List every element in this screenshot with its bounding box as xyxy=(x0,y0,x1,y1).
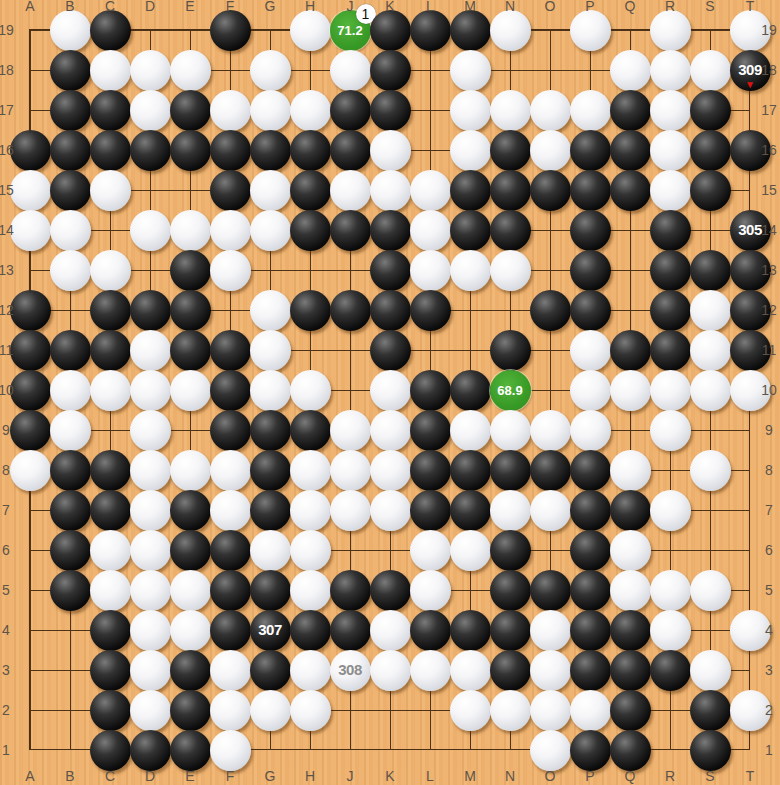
intersection-B16[interactable] xyxy=(50,130,90,170)
intersection-F1[interactable] xyxy=(210,730,250,770)
intersection-J4[interactable] xyxy=(330,610,370,650)
intersection-D10[interactable] xyxy=(130,370,170,410)
ai-suggestion-marker[interactable]: 71.21 xyxy=(330,10,371,51)
intersection-G3[interactable] xyxy=(250,650,290,690)
intersection-E5[interactable] xyxy=(170,570,210,610)
intersection-C12[interactable] xyxy=(90,290,130,330)
intersection-P5[interactable] xyxy=(570,570,610,610)
intersection-B13[interactable] xyxy=(50,250,90,290)
intersection-E12[interactable] xyxy=(170,290,210,330)
intersection-T14[interactable]: 305 xyxy=(730,210,770,250)
intersection-P13[interactable] xyxy=(570,250,610,290)
intersection-P2[interactable] xyxy=(570,690,610,730)
intersection-N9[interactable] xyxy=(490,410,530,450)
intersection-T8[interactable] xyxy=(730,450,770,490)
intersection-D4[interactable] xyxy=(130,610,170,650)
intersection-M2[interactable] xyxy=(450,690,490,730)
intersection-T5[interactable] xyxy=(730,570,770,610)
intersection-F10[interactable] xyxy=(210,370,250,410)
intersection-G9[interactable] xyxy=(250,410,290,450)
intersection-M6[interactable] xyxy=(450,530,490,570)
intersection-E16[interactable] xyxy=(170,130,210,170)
intersection-Q18[interactable] xyxy=(610,50,650,90)
intersection-L3[interactable] xyxy=(410,650,450,690)
intersection-Q2[interactable] xyxy=(610,690,650,730)
intersection-F18[interactable] xyxy=(210,50,250,90)
intersection-H6[interactable] xyxy=(290,530,330,570)
intersection-H4[interactable] xyxy=(290,610,330,650)
intersection-Q12[interactable] xyxy=(610,290,650,330)
intersection-K2[interactable] xyxy=(370,690,410,730)
intersection-S1[interactable] xyxy=(690,730,730,770)
intersection-Q1[interactable] xyxy=(610,730,650,770)
intersection-B11[interactable] xyxy=(50,330,90,370)
intersection-R12[interactable] xyxy=(650,290,690,330)
intersection-H1[interactable] xyxy=(290,730,330,770)
intersection-F2[interactable] xyxy=(210,690,250,730)
intersection-L5[interactable] xyxy=(410,570,450,610)
intersection-T15[interactable] xyxy=(730,170,770,210)
intersection-N3[interactable] xyxy=(490,650,530,690)
intersection-M14[interactable] xyxy=(450,210,490,250)
intersection-J8[interactable] xyxy=(330,450,370,490)
intersection-G17[interactable] xyxy=(250,90,290,130)
intersection-O19[interactable] xyxy=(530,10,570,50)
intersection-S19[interactable] xyxy=(690,10,730,50)
intersection-R19[interactable] xyxy=(650,10,690,50)
intersection-F14[interactable] xyxy=(210,210,250,250)
intersection-R5[interactable] xyxy=(650,570,690,610)
intersection-R7[interactable] xyxy=(650,490,690,530)
intersection-T12[interactable] xyxy=(730,290,770,330)
intersection-E6[interactable] xyxy=(170,530,210,570)
intersection-M10[interactable] xyxy=(450,370,490,410)
intersection-F19[interactable] xyxy=(210,10,250,50)
intersection-M3[interactable] xyxy=(450,650,490,690)
intersection-T4[interactable] xyxy=(730,610,770,650)
intersection-M1[interactable] xyxy=(450,730,490,770)
intersection-C4[interactable] xyxy=(90,610,130,650)
intersection-M15[interactable] xyxy=(450,170,490,210)
intersection-M12[interactable] xyxy=(450,290,490,330)
intersection-D6[interactable] xyxy=(130,530,170,570)
intersection-L18[interactable] xyxy=(410,50,450,90)
intersection-Q9[interactable] xyxy=(610,410,650,450)
intersection-C7[interactable] xyxy=(90,490,130,530)
intersection-Q13[interactable] xyxy=(610,250,650,290)
intersection-J17[interactable] xyxy=(330,90,370,130)
intersection-E19[interactable] xyxy=(170,10,210,50)
intersection-B8[interactable] xyxy=(50,450,90,490)
intersection-O14[interactable] xyxy=(530,210,570,250)
intersection-T17[interactable] xyxy=(730,90,770,130)
intersection-T18[interactable]: 309▼ xyxy=(730,50,770,90)
intersection-B9[interactable] xyxy=(50,410,90,450)
intersection-R8[interactable] xyxy=(650,450,690,490)
intersection-G12[interactable] xyxy=(250,290,290,330)
intersection-S8[interactable] xyxy=(690,450,730,490)
intersection-T1[interactable] xyxy=(730,730,770,770)
intersection-D5[interactable] xyxy=(130,570,170,610)
intersection-S9[interactable] xyxy=(690,410,730,450)
intersection-E10[interactable] xyxy=(170,370,210,410)
intersection-M17[interactable] xyxy=(450,90,490,130)
intersection-B7[interactable] xyxy=(50,490,90,530)
intersection-B10[interactable] xyxy=(50,370,90,410)
intersection-H11[interactable] xyxy=(290,330,330,370)
intersection-D15[interactable] xyxy=(130,170,170,210)
intersection-E4[interactable] xyxy=(170,610,210,650)
intersection-E15[interactable] xyxy=(170,170,210,210)
intersection-B17[interactable] xyxy=(50,90,90,130)
intersection-A2[interactable] xyxy=(10,690,50,730)
intersection-T3[interactable] xyxy=(730,650,770,690)
intersection-F17[interactable] xyxy=(210,90,250,130)
intersection-Q3[interactable] xyxy=(610,650,650,690)
intersection-F4[interactable] xyxy=(210,610,250,650)
intersection-P9[interactable] xyxy=(570,410,610,450)
intersection-S18[interactable] xyxy=(690,50,730,90)
intersection-K19[interactable] xyxy=(370,10,410,50)
intersection-T7[interactable] xyxy=(730,490,770,530)
intersection-S15[interactable] xyxy=(690,170,730,210)
intersection-H9[interactable] xyxy=(290,410,330,450)
intersection-C18[interactable] xyxy=(90,50,130,90)
intersection-O5[interactable] xyxy=(530,570,570,610)
intersection-D8[interactable] xyxy=(130,450,170,490)
intersection-N11[interactable] xyxy=(490,330,530,370)
intersection-L13[interactable] xyxy=(410,250,450,290)
intersection-B3[interactable] xyxy=(50,650,90,690)
intersection-M9[interactable] xyxy=(450,410,490,450)
intersection-O10[interactable] xyxy=(530,370,570,410)
intersection-P19[interactable] xyxy=(570,10,610,50)
intersection-Q6[interactable] xyxy=(610,530,650,570)
intersection-L12[interactable] xyxy=(410,290,450,330)
intersection-L8[interactable] xyxy=(410,450,450,490)
intersection-F6[interactable] xyxy=(210,530,250,570)
intersection-N4[interactable] xyxy=(490,610,530,650)
intersection-F3[interactable] xyxy=(210,650,250,690)
intersection-N10[interactable]: 68.9 xyxy=(490,370,530,410)
intersection-O2[interactable] xyxy=(530,690,570,730)
intersection-O11[interactable] xyxy=(530,330,570,370)
intersection-F5[interactable] xyxy=(210,570,250,610)
intersection-L11[interactable] xyxy=(410,330,450,370)
intersection-G7[interactable] xyxy=(250,490,290,530)
intersection-B1[interactable] xyxy=(50,730,90,770)
intersection-R17[interactable] xyxy=(650,90,690,130)
intersection-F7[interactable] xyxy=(210,490,250,530)
intersection-T6[interactable] xyxy=(730,530,770,570)
ai-suggestion-marker[interactable]: 68.9 xyxy=(490,370,531,411)
intersection-S6[interactable] xyxy=(690,530,730,570)
intersection-B12[interactable] xyxy=(50,290,90,330)
intersection-E9[interactable] xyxy=(170,410,210,450)
intersection-D12[interactable] xyxy=(130,290,170,330)
intersection-H5[interactable] xyxy=(290,570,330,610)
intersection-A1[interactable] xyxy=(10,730,50,770)
intersection-L19[interactable] xyxy=(410,10,450,50)
intersection-O16[interactable] xyxy=(530,130,570,170)
intersection-T19[interactable] xyxy=(730,10,770,50)
intersection-C6[interactable] xyxy=(90,530,130,570)
intersection-G14[interactable] xyxy=(250,210,290,250)
intersection-R4[interactable] xyxy=(650,610,690,650)
intersection-M4[interactable] xyxy=(450,610,490,650)
intersection-E17[interactable] xyxy=(170,90,210,130)
intersection-B2[interactable] xyxy=(50,690,90,730)
intersection-G4[interactable]: 307 xyxy=(250,610,290,650)
intersection-L16[interactable] xyxy=(410,130,450,170)
intersection-C11[interactable] xyxy=(90,330,130,370)
intersection-N14[interactable] xyxy=(490,210,530,250)
intersection-F12[interactable] xyxy=(210,290,250,330)
intersection-S17[interactable] xyxy=(690,90,730,130)
intersection-A5[interactable] xyxy=(10,570,50,610)
intersection-F8[interactable] xyxy=(210,450,250,490)
intersection-L15[interactable] xyxy=(410,170,450,210)
intersection-K12[interactable] xyxy=(370,290,410,330)
intersection-A9[interactable] xyxy=(10,410,50,450)
intersection-N18[interactable] xyxy=(490,50,530,90)
intersection-J5[interactable] xyxy=(330,570,370,610)
intersection-M8[interactable] xyxy=(450,450,490,490)
intersection-R14[interactable] xyxy=(650,210,690,250)
intersection-G6[interactable] xyxy=(250,530,290,570)
intersection-G19[interactable] xyxy=(250,10,290,50)
intersection-A6[interactable] xyxy=(10,530,50,570)
intersection-K10[interactable] xyxy=(370,370,410,410)
intersection-E3[interactable] xyxy=(170,650,210,690)
intersection-T13[interactable] xyxy=(730,250,770,290)
intersection-J13[interactable] xyxy=(330,250,370,290)
intersection-S2[interactable] xyxy=(690,690,730,730)
intersection-Q11[interactable] xyxy=(610,330,650,370)
intersection-G15[interactable] xyxy=(250,170,290,210)
intersection-A16[interactable] xyxy=(10,130,50,170)
intersection-N13[interactable] xyxy=(490,250,530,290)
intersection-H14[interactable] xyxy=(290,210,330,250)
intersection-Q5[interactable] xyxy=(610,570,650,610)
intersection-N16[interactable] xyxy=(490,130,530,170)
intersection-Q14[interactable] xyxy=(610,210,650,250)
intersection-M16[interactable] xyxy=(450,130,490,170)
intersection-O4[interactable] xyxy=(530,610,570,650)
intersection-K7[interactable] xyxy=(370,490,410,530)
intersection-G1[interactable] xyxy=(250,730,290,770)
intersection-R1[interactable] xyxy=(650,730,690,770)
intersection-K11[interactable] xyxy=(370,330,410,370)
intersection-G2[interactable] xyxy=(250,690,290,730)
intersection-K16[interactable] xyxy=(370,130,410,170)
intersection-N6[interactable] xyxy=(490,530,530,570)
board-intersections[interactable]: 71.21309▼30568.9307308 xyxy=(10,10,770,770)
intersection-B14[interactable] xyxy=(50,210,90,250)
intersection-P6[interactable] xyxy=(570,530,610,570)
intersection-R2[interactable] xyxy=(650,690,690,730)
intersection-O3[interactable] xyxy=(530,650,570,690)
intersection-E18[interactable] xyxy=(170,50,210,90)
intersection-J11[interactable] xyxy=(330,330,370,370)
intersection-C10[interactable] xyxy=(90,370,130,410)
intersection-P17[interactable] xyxy=(570,90,610,130)
intersection-Q10[interactable] xyxy=(610,370,650,410)
intersection-M7[interactable] xyxy=(450,490,490,530)
intersection-Q7[interactable] xyxy=(610,490,650,530)
intersection-J1[interactable] xyxy=(330,730,370,770)
intersection-N7[interactable] xyxy=(490,490,530,530)
intersection-K14[interactable] xyxy=(370,210,410,250)
intersection-H8[interactable] xyxy=(290,450,330,490)
intersection-E7[interactable] xyxy=(170,490,210,530)
intersection-R13[interactable] xyxy=(650,250,690,290)
intersection-T16[interactable] xyxy=(730,130,770,170)
intersection-C13[interactable] xyxy=(90,250,130,290)
intersection-P10[interactable] xyxy=(570,370,610,410)
intersection-G11[interactable] xyxy=(250,330,290,370)
intersection-E14[interactable] xyxy=(170,210,210,250)
intersection-H12[interactable] xyxy=(290,290,330,330)
intersection-L6[interactable] xyxy=(410,530,450,570)
intersection-K18[interactable] xyxy=(370,50,410,90)
intersection-H13[interactable] xyxy=(290,250,330,290)
intersection-D1[interactable] xyxy=(130,730,170,770)
intersection-H2[interactable] xyxy=(290,690,330,730)
intersection-A12[interactable] xyxy=(10,290,50,330)
intersection-C3[interactable] xyxy=(90,650,130,690)
intersection-D7[interactable] xyxy=(130,490,170,530)
intersection-P12[interactable] xyxy=(570,290,610,330)
intersection-O15[interactable] xyxy=(530,170,570,210)
intersection-J7[interactable] xyxy=(330,490,370,530)
intersection-G18[interactable] xyxy=(250,50,290,90)
intersection-O18[interactable] xyxy=(530,50,570,90)
intersection-C14[interactable] xyxy=(90,210,130,250)
intersection-J16[interactable] xyxy=(330,130,370,170)
intersection-Q8[interactable] xyxy=(610,450,650,490)
intersection-C1[interactable] xyxy=(90,730,130,770)
intersection-S4[interactable] xyxy=(690,610,730,650)
intersection-J19[interactable]: 71.21 xyxy=(330,10,370,50)
intersection-D11[interactable] xyxy=(130,330,170,370)
intersection-R16[interactable] xyxy=(650,130,690,170)
intersection-P8[interactable] xyxy=(570,450,610,490)
intersection-O17[interactable] xyxy=(530,90,570,130)
intersection-Q19[interactable] xyxy=(610,10,650,50)
intersection-K8[interactable] xyxy=(370,450,410,490)
intersection-P14[interactable] xyxy=(570,210,610,250)
intersection-D14[interactable] xyxy=(130,210,170,250)
intersection-E1[interactable] xyxy=(170,730,210,770)
intersection-T2[interactable] xyxy=(730,690,770,730)
intersection-K15[interactable] xyxy=(370,170,410,210)
intersection-A4[interactable] xyxy=(10,610,50,650)
intersection-S16[interactable] xyxy=(690,130,730,170)
intersection-L10[interactable] xyxy=(410,370,450,410)
intersection-A10[interactable] xyxy=(10,370,50,410)
intersection-H10[interactable] xyxy=(290,370,330,410)
intersection-P15[interactable] xyxy=(570,170,610,210)
intersection-S5[interactable] xyxy=(690,570,730,610)
intersection-C17[interactable] xyxy=(90,90,130,130)
intersection-M18[interactable] xyxy=(450,50,490,90)
intersection-B15[interactable] xyxy=(50,170,90,210)
intersection-K5[interactable] xyxy=(370,570,410,610)
intersection-L9[interactable] xyxy=(410,410,450,450)
intersection-O1[interactable] xyxy=(530,730,570,770)
intersection-P7[interactable] xyxy=(570,490,610,530)
intersection-J10[interactable] xyxy=(330,370,370,410)
intersection-F9[interactable] xyxy=(210,410,250,450)
intersection-C19[interactable] xyxy=(90,10,130,50)
intersection-D9[interactable] xyxy=(130,410,170,450)
intersection-E8[interactable] xyxy=(170,450,210,490)
intersection-F11[interactable] xyxy=(210,330,250,370)
intersection-O6[interactable] xyxy=(530,530,570,570)
intersection-G5[interactable] xyxy=(250,570,290,610)
intersection-N12[interactable] xyxy=(490,290,530,330)
intersection-S11[interactable] xyxy=(690,330,730,370)
intersection-P11[interactable] xyxy=(570,330,610,370)
intersection-J3[interactable]: 308 xyxy=(330,650,370,690)
intersection-K9[interactable] xyxy=(370,410,410,450)
intersection-H18[interactable] xyxy=(290,50,330,90)
intersection-C9[interactable] xyxy=(90,410,130,450)
intersection-S7[interactable] xyxy=(690,490,730,530)
intersection-N1[interactable] xyxy=(490,730,530,770)
intersection-D19[interactable] xyxy=(130,10,170,50)
intersection-G10[interactable] xyxy=(250,370,290,410)
intersection-R9[interactable] xyxy=(650,410,690,450)
intersection-B5[interactable] xyxy=(50,570,90,610)
intersection-J14[interactable] xyxy=(330,210,370,250)
intersection-R3[interactable] xyxy=(650,650,690,690)
intersection-B4[interactable] xyxy=(50,610,90,650)
intersection-H16[interactable] xyxy=(290,130,330,170)
intersection-R11[interactable] xyxy=(650,330,690,370)
intersection-B18[interactable] xyxy=(50,50,90,90)
intersection-L4[interactable] xyxy=(410,610,450,650)
intersection-L1[interactable] xyxy=(410,730,450,770)
intersection-J18[interactable] xyxy=(330,50,370,90)
intersection-B19[interactable] xyxy=(50,10,90,50)
intersection-M19[interactable] xyxy=(450,10,490,50)
intersection-A7[interactable] xyxy=(10,490,50,530)
intersection-R18[interactable] xyxy=(650,50,690,90)
intersection-A11[interactable] xyxy=(10,330,50,370)
intersection-J2[interactable] xyxy=(330,690,370,730)
intersection-A17[interactable] xyxy=(10,90,50,130)
intersection-J6[interactable] xyxy=(330,530,370,570)
intersection-S13[interactable] xyxy=(690,250,730,290)
intersection-C5[interactable] xyxy=(90,570,130,610)
intersection-N2[interactable] xyxy=(490,690,530,730)
intersection-F16[interactable] xyxy=(210,130,250,170)
intersection-O9[interactable] xyxy=(530,410,570,450)
intersection-T11[interactable] xyxy=(730,330,770,370)
intersection-F13[interactable] xyxy=(210,250,250,290)
intersection-O8[interactable] xyxy=(530,450,570,490)
intersection-H3[interactable] xyxy=(290,650,330,690)
intersection-A15[interactable] xyxy=(10,170,50,210)
intersection-M11[interactable] xyxy=(450,330,490,370)
intersection-P3[interactable] xyxy=(570,650,610,690)
intersection-M5[interactable] xyxy=(450,570,490,610)
intersection-J9[interactable] xyxy=(330,410,370,450)
intersection-A8[interactable] xyxy=(10,450,50,490)
intersection-E2[interactable] xyxy=(170,690,210,730)
